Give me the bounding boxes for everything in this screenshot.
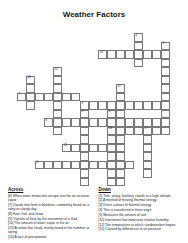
grid-cell[interactable] — [71, 118, 80, 127]
grid-cell[interactable] — [89, 144, 98, 153]
clue-number: 6 — [37, 161, 39, 164]
grid-cell[interactable] — [161, 76, 170, 85]
grid-cell[interactable] — [116, 101, 125, 110]
grid-cell[interactable] — [116, 135, 125, 144]
grid-cell[interactable] — [35, 93, 44, 102]
grid-cell[interactable] — [161, 84, 170, 93]
clue-section: Across [6] When water molecules escape i… — [8, 187, 184, 240]
grid-cell[interactable] — [116, 110, 125, 119]
grid-cell[interactable]: 11 — [116, 84, 125, 93]
grid-cell[interactable]: 6 — [35, 161, 44, 170]
grid-cell[interactable]: 14 — [107, 127, 116, 136]
grid-cell[interactable]: 12 — [53, 67, 62, 76]
grid-cell[interactable] — [62, 93, 71, 102]
grid-cell[interactable] — [107, 169, 116, 178]
grid-cell[interactable] — [125, 101, 134, 110]
grid-cell[interactable] — [53, 127, 62, 136]
clue-number: 3 — [163, 42, 165, 45]
grid-cell[interactable] — [53, 93, 62, 102]
grid-cell[interactable] — [89, 118, 98, 127]
grid-cell[interactable] — [26, 84, 35, 93]
grid-cell[interactable] — [107, 135, 116, 144]
clue-down-4: [4] This is transferred in three ways — [99, 208, 185, 212]
grid-cell[interactable] — [71, 161, 80, 170]
clue-down-2: [2] A method of moving thermal energy — [99, 198, 185, 202]
grid-cell[interactable] — [116, 169, 125, 178]
grid-cell[interactable]: 13 — [62, 144, 71, 153]
grid-cell[interactable] — [62, 118, 71, 127]
grid-cell[interactable] — [125, 118, 134, 127]
grid-cell[interactable] — [80, 178, 89, 187]
crossword-page: Weather Factors 431012151179258141136 Ac… — [0, 0, 188, 243]
grid-cell[interactable] — [134, 101, 143, 110]
grid-cell[interactable] — [134, 42, 143, 51]
grid-cell[interactable] — [26, 101, 35, 110]
down-clues: Down [1] Thin, wispy, feathery clouds at… — [99, 187, 185, 240]
clue-across-6: [6] When water molecules escape into the… — [8, 194, 94, 203]
grid-cell[interactable] — [53, 84, 62, 93]
grid-cell[interactable] — [116, 127, 125, 136]
clue-number: 7 — [19, 93, 21, 96]
clue-number: 9 — [82, 102, 84, 105]
grid-cell[interactable] — [80, 169, 89, 178]
page-title: Weather Factors — [0, 0, 188, 19]
grid-cell[interactable]: 10 — [98, 50, 107, 59]
grid-cell[interactable] — [134, 118, 143, 127]
clue-number: 4 — [136, 34, 138, 37]
grid-cell[interactable] — [62, 161, 71, 170]
grid-cell[interactable] — [116, 118, 125, 127]
down-heading: Down — [99, 187, 185, 192]
grid-cell[interactable] — [143, 101, 152, 110]
grid-cell[interactable] — [98, 161, 107, 170]
grid-cell[interactable]: 5 — [107, 110, 116, 119]
grid-cell[interactable] — [143, 169, 152, 178]
grid-cell[interactable] — [161, 127, 170, 136]
grid-cell[interactable] — [143, 50, 152, 59]
grid-cell[interactable] — [98, 101, 107, 110]
clue-down-1: [1] Thin, wispy, feathery clouds at a hi… — [99, 194, 185, 198]
across-heading: Across — [8, 187, 94, 192]
grid-cell[interactable] — [125, 161, 134, 170]
grid-cell[interactable] — [98, 118, 107, 127]
grid-cell[interactable] — [80, 127, 89, 136]
grid-cell[interactable] — [161, 118, 170, 127]
clue-number: 12 — [55, 68, 58, 71]
clue-across-9: [9] Transfer of heat by the movement of … — [8, 217, 94, 221]
grid-cell[interactable] — [125, 127, 134, 136]
grid-cell[interactable] — [80, 135, 89, 144]
down-clue-list: [1] Thin, wispy, feathery clouds at a hi… — [99, 194, 185, 232]
clue-down-11: [11] Instrument that measures relative h… — [99, 218, 185, 222]
grid-cell[interactable] — [80, 152, 89, 161]
grid-cell[interactable]: 2 — [80, 110, 89, 119]
grid-cell[interactable] — [134, 127, 143, 136]
grid-cell[interactable] — [44, 93, 53, 102]
grid-cell[interactable] — [107, 144, 116, 153]
grid-cell[interactable]: 15 — [26, 76, 35, 85]
grid-cell[interactable] — [143, 152, 152, 161]
grid-cell[interactable] — [161, 50, 170, 59]
clue-across-8: [8] Rain, hail, and snow — [8, 212, 94, 216]
grid-cell[interactable] — [80, 118, 89, 127]
grid-cell[interactable] — [161, 110, 170, 119]
across-clues: Across [6] When water molecules escape i… — [8, 187, 94, 240]
clue-number: 14 — [109, 127, 112, 130]
clue-number: 1 — [145, 127, 147, 130]
clue-number: 13 — [64, 144, 67, 147]
grid-cell[interactable] — [53, 118, 62, 127]
grid-cell[interactable] — [143, 144, 152, 153]
grid-cell[interactable] — [152, 118, 161, 127]
across-clue-list: [6] When water molecules escape into the… — [8, 194, 94, 240]
grid-cell[interactable] — [116, 161, 125, 170]
grid-cell[interactable] — [116, 144, 125, 153]
clue-across-10: [10] The amount of water vapor in the ai… — [8, 221, 94, 225]
grid-cell[interactable] — [143, 135, 152, 144]
clue-down-15: [15] Caused by differences in air pressu… — [99, 227, 185, 231]
grid-cell[interactable] — [116, 93, 125, 102]
grid-cell[interactable]: 4 — [134, 33, 143, 42]
clue-number: 5 — [109, 110, 111, 113]
grid-cell[interactable] — [44, 161, 53, 170]
clue-across-13: [13] A cotton-like cloud, mostly found i… — [8, 226, 94, 235]
crossword-grid: 431012151179258141136 — [17, 33, 170, 186]
grid-cell[interactable] — [53, 101, 62, 110]
grid-cell[interactable] — [107, 178, 116, 187]
grid-cell[interactable] — [134, 50, 143, 59]
grid-cell[interactable] — [107, 152, 116, 161]
grid-cell[interactable]: 3 — [161, 42, 170, 51]
grid-cell[interactable] — [116, 152, 125, 161]
grid-cell[interactable] — [53, 76, 62, 85]
grid-cell[interactable] — [116, 178, 125, 187]
grid-cell[interactable] — [80, 144, 89, 153]
clue-down-5: [5] Measures the amount of rain — [99, 213, 185, 217]
grid-cell[interactable] — [143, 161, 152, 170]
grid-cell[interactable] — [152, 127, 161, 136]
clue-down-12: [12] The temperature at which condensati… — [99, 223, 185, 227]
grid-cell[interactable] — [161, 93, 170, 102]
grid-cell[interactable] — [152, 50, 161, 59]
clue-number: 2 — [82, 110, 84, 113]
grid-cell[interactable]: 7 — [17, 93, 26, 102]
grid-cell[interactable] — [26, 93, 35, 102]
grid-cell[interactable] — [125, 50, 134, 59]
grid-cell[interactable]: 8 — [44, 118, 53, 127]
grid-cell[interactable] — [80, 161, 89, 170]
grid-cell[interactable] — [107, 50, 116, 59]
grid-cell[interactable] — [161, 67, 170, 76]
clue-number: 11 — [118, 85, 121, 88]
grid-cell[interactable] — [71, 93, 80, 102]
grid-cell[interactable]: 1 — [143, 127, 152, 136]
clue-down-3: [3] Direct contact of thermal energy — [99, 203, 185, 207]
grid-cell[interactable] — [152, 101, 161, 110]
grid-cell[interactable] — [98, 144, 107, 153]
grid-cell[interactable] — [89, 161, 98, 170]
clue-number: 10 — [100, 51, 103, 54]
clue-number: 15 — [28, 76, 31, 79]
grid-cell[interactable] — [161, 59, 170, 68]
grid-cell[interactable] — [89, 101, 98, 110]
clue-number: 8 — [46, 119, 48, 122]
grid-cell[interactable] — [107, 161, 116, 170]
grid-cell[interactable] — [134, 59, 143, 68]
clue-across-14: [14] A lack of precipitation — [8, 235, 94, 239]
clue-across-7: [7] Clouds that form in blankets, common… — [8, 203, 94, 212]
grid-cell[interactable] — [53, 161, 62, 170]
grid-cell[interactable] — [53, 110, 62, 119]
grid-cell[interactable] — [71, 144, 80, 153]
grid-cell[interactable] — [116, 50, 125, 59]
grid-cell[interactable] — [161, 101, 170, 110]
